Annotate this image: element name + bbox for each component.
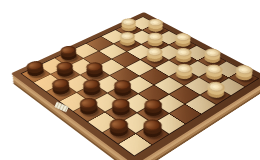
board-squares	[22, 17, 258, 155]
piece-light[interactable]	[173, 70, 196, 83]
piece-dark[interactable]	[50, 85, 73, 99]
piece-dark[interactable]	[106, 125, 131, 141]
piece-light[interactable]	[144, 54, 166, 66]
square-a1[interactable]	[22, 66, 50, 82]
photo-background	[0, 0, 260, 160]
scene	[0, 0, 260, 160]
piece-light[interactable]	[232, 72, 255, 85]
checkers-board	[11, 12, 260, 160]
square-h8[interactable]	[229, 70, 258, 86]
